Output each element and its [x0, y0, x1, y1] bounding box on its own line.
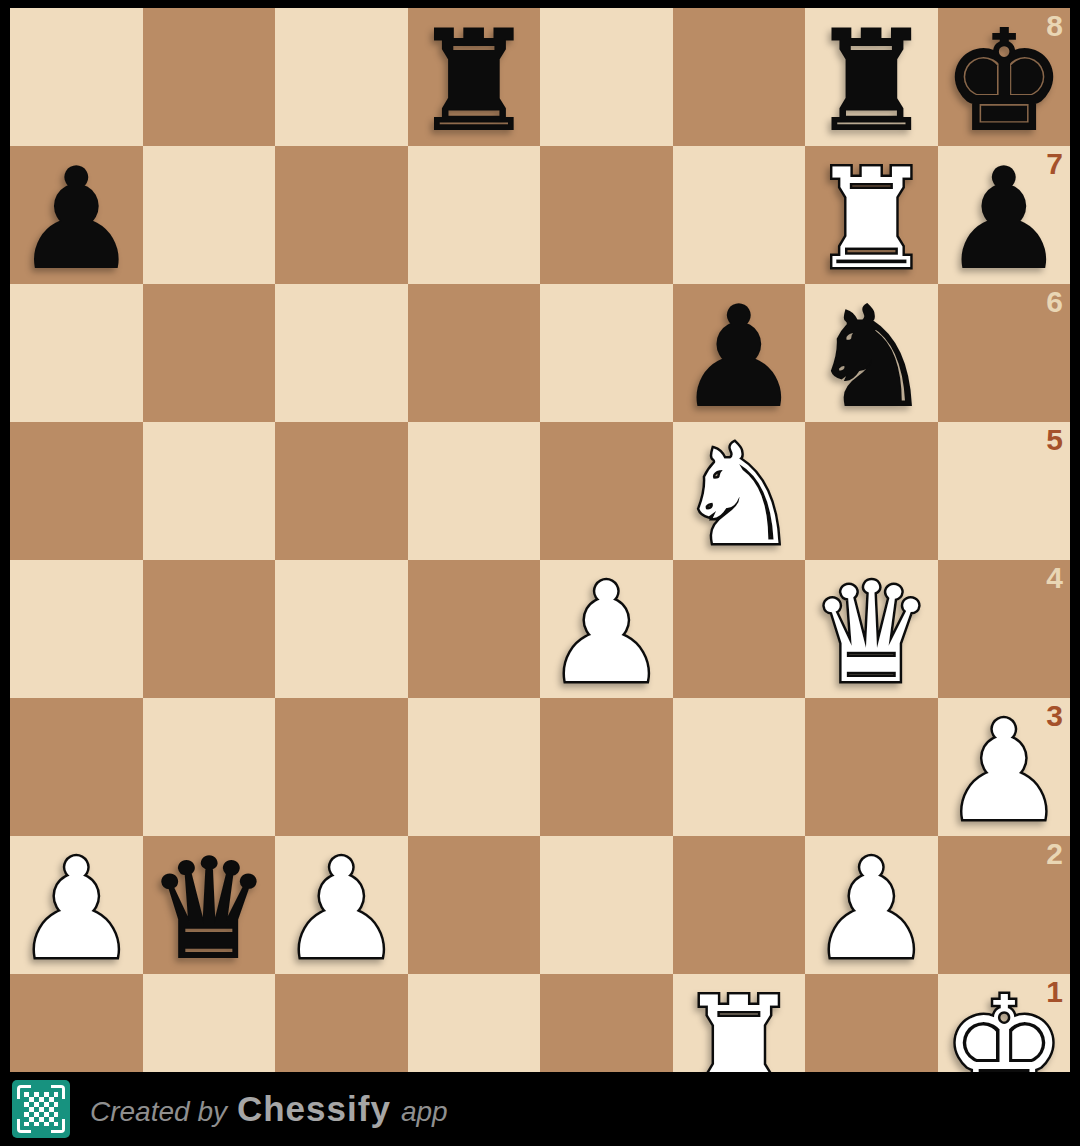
square-c8[interactable] — [275, 8, 408, 146]
white-pawn[interactable]: ♟ — [279, 841, 403, 979]
square-f8[interactable] — [673, 8, 806, 146]
rank-label-6: 6 — [1046, 287, 1063, 317]
square-b7[interactable] — [143, 146, 276, 284]
square-c4[interactable] — [275, 560, 408, 698]
square-d3[interactable] — [408, 698, 541, 836]
square-c2[interactable]: ♟ — [275, 836, 408, 974]
square-b5[interactable] — [143, 422, 276, 560]
white-queen[interactable]: ♛ — [809, 565, 933, 703]
square-g8[interactable]: ♜ — [805, 8, 938, 146]
chess-diagram: ♜♜8♚♟♜7♟♟♞6♞5♟♛43♟♟♛♟♟2ABCDEF♜G1H♚ Creat… — [0, 0, 1080, 1146]
square-f6[interactable]: ♟ — [673, 284, 806, 422]
square-a5[interactable] — [10, 422, 143, 560]
square-c5[interactable] — [275, 422, 408, 560]
square-f3[interactable] — [673, 698, 806, 836]
square-d2[interactable] — [408, 836, 541, 974]
square-b6[interactable] — [143, 284, 276, 422]
square-h2[interactable]: 2 — [938, 836, 1071, 974]
square-g7[interactable]: ♜ — [805, 146, 938, 284]
rank-label-4: 4 — [1046, 563, 1063, 593]
footer-bar: Created by Chessify app — [0, 1072, 1080, 1146]
logo-board-icon — [24, 1092, 58, 1126]
square-d8[interactable]: ♜ — [408, 8, 541, 146]
square-h8[interactable]: 8♚ — [938, 8, 1071, 146]
white-knight[interactable]: ♞ — [677, 427, 801, 565]
chessify-logo — [12, 1080, 70, 1138]
square-g3[interactable] — [805, 698, 938, 836]
square-c7[interactable] — [275, 146, 408, 284]
square-e2[interactable] — [540, 836, 673, 974]
square-e6[interactable] — [540, 284, 673, 422]
square-a6[interactable] — [10, 284, 143, 422]
square-a8[interactable] — [10, 8, 143, 146]
square-e5[interactable] — [540, 422, 673, 560]
square-a7[interactable]: ♟ — [10, 146, 143, 284]
square-f4[interactable] — [673, 560, 806, 698]
white-pawn[interactable]: ♟ — [14, 841, 138, 979]
square-e3[interactable] — [540, 698, 673, 836]
brand-name: Chessify — [237, 1089, 391, 1129]
square-d5[interactable] — [408, 422, 541, 560]
square-e4[interactable]: ♟ — [540, 560, 673, 698]
black-pawn[interactable]: ♟ — [942, 151, 1066, 289]
square-h7[interactable]: 7♟ — [938, 146, 1071, 284]
square-a4[interactable] — [10, 560, 143, 698]
black-queen[interactable]: ♛ — [147, 841, 271, 979]
square-f7[interactable] — [673, 146, 806, 284]
square-d7[interactable] — [408, 146, 541, 284]
black-pawn[interactable]: ♟ — [677, 289, 801, 427]
black-king[interactable]: ♚ — [942, 13, 1066, 151]
white-pawn[interactable]: ♟ — [942, 703, 1066, 841]
square-h6[interactable]: 6 — [938, 284, 1071, 422]
square-b2[interactable]: ♛ — [143, 836, 276, 974]
black-rook[interactable]: ♜ — [412, 13, 536, 151]
square-b3[interactable] — [143, 698, 276, 836]
black-knight[interactable]: ♞ — [809, 289, 933, 427]
white-pawn[interactable]: ♟ — [544, 565, 668, 703]
square-g5[interactable] — [805, 422, 938, 560]
square-g2[interactable]: ♟ — [805, 836, 938, 974]
square-h5[interactable]: 5 — [938, 422, 1071, 560]
white-rook[interactable]: ♜ — [809, 151, 933, 289]
square-h4[interactable]: 4 — [938, 560, 1071, 698]
square-f2[interactable] — [673, 836, 806, 974]
square-d6[interactable] — [408, 284, 541, 422]
rank-label-5: 5 — [1046, 425, 1063, 455]
white-pawn[interactable]: ♟ — [809, 841, 933, 979]
square-f5[interactable]: ♞ — [673, 422, 806, 560]
black-pawn[interactable]: ♟ — [14, 151, 138, 289]
credit-created-by: Created by — [90, 1096, 227, 1128]
rank-label-2: 2 — [1046, 839, 1063, 869]
square-b8[interactable] — [143, 8, 276, 146]
square-g4[interactable]: ♛ — [805, 560, 938, 698]
square-c3[interactable] — [275, 698, 408, 836]
square-e7[interactable] — [540, 146, 673, 284]
black-rook[interactable]: ♜ — [809, 13, 933, 151]
square-b4[interactable] — [143, 560, 276, 698]
chess-board: ♜♜8♚♟♜7♟♟♞6♞5♟♛43♟♟♛♟♟2ABCDEF♜G1H♚ — [10, 8, 1070, 1072]
square-h3[interactable]: 3♟ — [938, 698, 1071, 836]
square-e8[interactable] — [540, 8, 673, 146]
square-a3[interactable] — [10, 698, 143, 836]
square-g6[interactable]: ♞ — [805, 284, 938, 422]
credit-line: Created by Chessify app — [90, 1089, 448, 1129]
square-a2[interactable]: ♟ — [10, 836, 143, 974]
square-c6[interactable] — [275, 284, 408, 422]
square-d4[interactable] — [408, 560, 541, 698]
app-label: app — [401, 1096, 448, 1128]
